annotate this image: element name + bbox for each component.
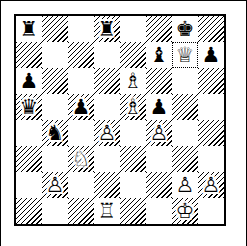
file-label-b xyxy=(42,227,68,239)
square-d5[interactable] xyxy=(94,94,120,120)
square-f4[interactable]: ♙ xyxy=(146,120,172,146)
white-pawn-icon[interactable]: ♙ xyxy=(176,172,195,198)
square-d2[interactable] xyxy=(94,172,120,198)
black-pawn-icon[interactable]: ♟ xyxy=(20,68,39,94)
rank-label-5 xyxy=(228,94,240,120)
white-queen-icon[interactable]: ♕ xyxy=(176,42,195,68)
square-e1[interactable] xyxy=(120,198,146,224)
square-g4[interactable] xyxy=(172,120,198,146)
square-d1[interactable]: ♖ xyxy=(94,198,120,224)
rank-label-4 xyxy=(2,120,14,146)
square-g5[interactable] xyxy=(172,94,198,120)
black-knight-icon[interactable]: ♞ xyxy=(46,120,65,146)
square-a7[interactable] xyxy=(16,42,42,68)
square-h5[interactable] xyxy=(198,94,224,120)
square-c6[interactable] xyxy=(68,68,94,94)
square-d8[interactable]: ♜ xyxy=(94,16,120,42)
rank-label-1 xyxy=(228,198,240,224)
square-h8[interactable] xyxy=(198,16,224,42)
rank-label-2 xyxy=(228,172,240,198)
square-h6[interactable] xyxy=(198,68,224,94)
black-rook-icon[interactable]: ♜ xyxy=(20,16,39,42)
square-d6[interactable] xyxy=(94,68,120,94)
rank-label-4 xyxy=(228,120,240,146)
rank-label-3 xyxy=(2,146,14,172)
square-h2[interactable]: ♙ xyxy=(198,172,224,198)
rank-label-3 xyxy=(228,146,240,172)
file-label-a xyxy=(16,227,42,239)
square-e5[interactable]: ♗ xyxy=(120,94,146,120)
square-e3[interactable] xyxy=(120,146,146,172)
square-c1[interactable] xyxy=(68,198,94,224)
square-h3[interactable] xyxy=(198,146,224,172)
black-pawn-icon[interactable]: ♟ xyxy=(72,94,91,120)
square-b5[interactable] xyxy=(42,94,68,120)
file-label-d xyxy=(94,1,120,13)
square-e2[interactable] xyxy=(120,172,146,198)
square-h7[interactable]: ♟ xyxy=(198,42,224,68)
file-labels-top xyxy=(16,1,224,13)
square-e8[interactable] xyxy=(120,16,146,42)
square-c8[interactable] xyxy=(68,16,94,42)
square-h4[interactable] xyxy=(198,120,224,146)
white-pawn-icon[interactable]: ♙ xyxy=(202,172,221,198)
white-pawn-icon[interactable]: ♙ xyxy=(98,120,117,146)
square-a8[interactable]: ♜ xyxy=(16,16,42,42)
black-queen-icon[interactable]: ♛ xyxy=(20,94,39,120)
square-c7[interactable] xyxy=(68,42,94,68)
file-label-d xyxy=(94,227,120,239)
square-g3[interactable] xyxy=(172,146,198,172)
white-bishop-icon[interactable]: ♗ xyxy=(124,94,143,120)
file-label-h xyxy=(198,1,224,13)
rank-label-8 xyxy=(2,16,14,42)
rank-label-6 xyxy=(228,68,240,94)
file-label-g xyxy=(172,227,198,239)
black-pawn-icon[interactable]: ♟ xyxy=(202,42,221,68)
square-b1[interactable] xyxy=(42,198,68,224)
square-g2[interactable]: ♙ xyxy=(172,172,198,198)
square-b3[interactable] xyxy=(42,146,68,172)
square-c5[interactable]: ♟ xyxy=(68,94,94,120)
square-a6[interactable]: ♟ xyxy=(16,68,42,94)
square-b4[interactable]: ♞ xyxy=(42,120,68,146)
chess-board: ♜♜♚♝♕♟♟♗♛♟♗♟♞♙♙♘♙♙♙♖♔ xyxy=(14,14,226,226)
file-label-h xyxy=(198,227,224,239)
black-rook-icon[interactable]: ♜ xyxy=(98,16,117,42)
rank-label-1 xyxy=(2,198,14,224)
square-e4[interactable] xyxy=(120,120,146,146)
white-rook-icon[interactable]: ♖ xyxy=(98,198,117,224)
square-d4[interactable]: ♙ xyxy=(94,120,120,146)
black-bishop-icon[interactable]: ♝ xyxy=(150,42,169,68)
file-label-e xyxy=(120,1,146,13)
square-d3[interactable] xyxy=(94,146,120,172)
square-b6[interactable] xyxy=(42,68,68,94)
white-bishop-icon[interactable]: ♗ xyxy=(124,68,143,94)
rank-label-2 xyxy=(2,172,14,198)
white-king-icon[interactable]: ♔ xyxy=(176,198,195,224)
square-a3[interactable] xyxy=(16,146,42,172)
square-d7[interactable] xyxy=(94,42,120,68)
square-g1[interactable]: ♔ xyxy=(172,198,198,224)
square-e6[interactable]: ♗ xyxy=(120,68,146,94)
square-g8[interactable]: ♚ xyxy=(172,16,198,42)
black-pawn-icon[interactable]: ♟ xyxy=(150,94,169,120)
square-c4[interactable] xyxy=(68,120,94,146)
square-a2[interactable] xyxy=(16,172,42,198)
square-h1[interactable] xyxy=(198,198,224,224)
square-f8[interactable] xyxy=(146,16,172,42)
file-label-g xyxy=(172,1,198,13)
rank-labels-left xyxy=(2,16,14,224)
chess-diagram: ♜♜♚♝♕♟♟♗♛♟♗♟♞♙♙♘♙♙♙♖♔ xyxy=(0,0,247,246)
square-f3[interactable] xyxy=(146,146,172,172)
black-king-icon[interactable]: ♚ xyxy=(176,16,195,42)
rank-label-6 xyxy=(2,68,14,94)
square-c2[interactable] xyxy=(68,172,94,198)
square-a1[interactable] xyxy=(16,198,42,224)
file-label-f xyxy=(146,1,172,13)
rank-label-5 xyxy=(2,94,14,120)
square-f2[interactable] xyxy=(146,172,172,198)
square-f1[interactable] xyxy=(146,198,172,224)
rank-label-8 xyxy=(228,16,240,42)
file-labels-bottom xyxy=(16,227,224,239)
square-g7[interactable]: ♕ xyxy=(172,42,198,68)
square-f7[interactable]: ♝ xyxy=(146,42,172,68)
white-knight-icon[interactable]: ♘ xyxy=(72,146,91,172)
file-label-e xyxy=(120,227,146,239)
square-a4[interactable] xyxy=(16,120,42,146)
square-g6[interactable] xyxy=(172,68,198,94)
file-label-b xyxy=(42,1,68,13)
file-label-c xyxy=(68,227,94,239)
rank-labels-right xyxy=(228,16,240,224)
white-pawn-icon[interactable]: ♙ xyxy=(150,120,169,146)
square-a5[interactable]: ♛ xyxy=(16,94,42,120)
file-label-a xyxy=(16,1,42,13)
square-b8[interactable] xyxy=(42,16,68,42)
square-f5[interactable]: ♟ xyxy=(146,94,172,120)
square-b7[interactable] xyxy=(42,42,68,68)
square-b2[interactable]: ♙ xyxy=(42,172,68,198)
rank-label-7 xyxy=(228,42,240,68)
file-label-c xyxy=(68,1,94,13)
white-pawn-icon[interactable]: ♙ xyxy=(46,172,65,198)
square-e7[interactable] xyxy=(120,42,146,68)
file-label-f xyxy=(146,227,172,239)
rank-label-7 xyxy=(2,42,14,68)
square-f6[interactable] xyxy=(146,68,172,94)
square-c3[interactable]: ♘ xyxy=(68,146,94,172)
